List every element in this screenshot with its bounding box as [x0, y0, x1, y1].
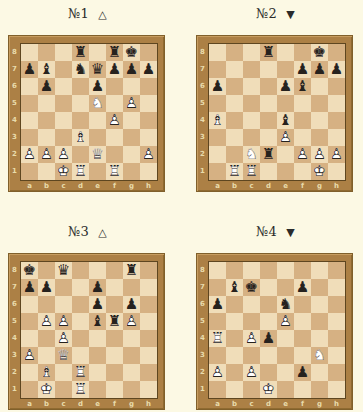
puzzle-4-number: №4 — [256, 224, 278, 239]
square-e1 — [89, 381, 106, 398]
square-d4 — [260, 112, 277, 129]
square-d2: ♜ — [260, 146, 277, 163]
square-b2: ♟♙ — [38, 146, 55, 163]
black-pawn-piece: ♟ — [38, 279, 55, 296]
square-g6 — [311, 78, 328, 95]
file-labels: abcdefgh — [209, 181, 345, 192]
puzzle-2-label: №2▼ — [196, 6, 355, 22]
white-pawn-piece: ♟♙ — [328, 146, 345, 163]
white-king-piece: ♚♔ — [311, 163, 328, 180]
file-label-g: g — [311, 399, 328, 410]
square-e4: ♝ — [277, 112, 294, 129]
square-e5: ♝ — [89, 313, 106, 330]
square-c2: ♟♙ — [55, 146, 72, 163]
square-c8 — [243, 44, 260, 61]
file-label-e: e — [89, 399, 106, 410]
rank-label-7: 7 — [10, 279, 19, 296]
square-g5: ♟♙ — [123, 95, 140, 112]
square-b4 — [226, 112, 243, 129]
white-bishop-piece: ♝♗ — [72, 129, 89, 146]
square-f4: ♟♙ — [106, 112, 123, 129]
square-g2: ♟♙ — [311, 146, 328, 163]
white-rook-piece: ♜♖ — [209, 330, 226, 347]
square-h2: ♟♙ — [328, 146, 345, 163]
file-label-e: e — [89, 181, 106, 192]
square-b4 — [226, 330, 243, 347]
square-h1 — [140, 381, 157, 398]
square-f8: ♜ — [106, 44, 123, 61]
square-f8 — [294, 262, 311, 279]
square-f5 — [294, 95, 311, 112]
square-a7: ♟ — [21, 61, 38, 78]
square-e4 — [277, 330, 294, 347]
square-h5 — [328, 313, 345, 330]
square-e7 — [277, 61, 294, 78]
black-pawn-piece: ♟ — [294, 364, 311, 381]
square-d4: ♟ — [260, 330, 277, 347]
square-g1: ♚♔ — [311, 163, 328, 180]
square-a4 — [21, 112, 38, 129]
square-b7: ♝ — [226, 279, 243, 296]
square-g3 — [311, 129, 328, 146]
white-knight-piece: ♞♘ — [243, 146, 260, 163]
rank-labels: 87654321 — [10, 262, 19, 398]
square-d2 — [72, 146, 89, 163]
square-e8 — [277, 44, 294, 61]
chess-board-4: 87654321 ♝♚♟♟♞♟♙♜♖♟♙♟♞♘♟♙♟♙♟♚♔ abcdefgh — [196, 253, 353, 410]
square-f1 — [294, 163, 311, 180]
square-e6: ♟ — [277, 78, 294, 95]
puzzle-1: №1△ 87654321 ♜♜♚♟♝♞♛♟♟♟♟♟♞♘♟♙♟♙♝♗♟♙♟♙♟♙♛… — [8, 6, 167, 192]
square-c1 — [55, 381, 72, 398]
square-b7: ♟ — [38, 279, 55, 296]
black-pawn-piece: ♟ — [123, 61, 140, 78]
square-g6 — [311, 296, 328, 313]
white-pawn-piece: ♟♙ — [209, 364, 226, 381]
square-h8 — [140, 262, 157, 279]
square-h6 — [328, 296, 345, 313]
black-pawn-piece: ♟ — [294, 279, 311, 296]
square-f5 — [294, 313, 311, 330]
file-label-d: d — [260, 181, 277, 192]
square-e4 — [89, 112, 106, 129]
square-f2: ♟ — [294, 364, 311, 381]
white-bishop-piece: ♝♗ — [209, 112, 226, 129]
square-c2 — [55, 364, 72, 381]
square-b3 — [226, 129, 243, 146]
square-g7: ♟ — [123, 61, 140, 78]
square-e7: ♛ — [89, 61, 106, 78]
square-h2: ♟♙ — [140, 146, 157, 163]
square-h4 — [140, 330, 157, 347]
square-e2: ♛♕ — [89, 146, 106, 163]
square-g4 — [123, 112, 140, 129]
black-rook-piece: ♜ — [260, 146, 277, 163]
black-rook-piece: ♜ — [260, 44, 277, 61]
rank-label-2: 2 — [10, 146, 19, 163]
black-pawn-piece: ♟ — [21, 279, 38, 296]
square-b4 — [38, 330, 55, 347]
square-c5 — [55, 95, 72, 112]
square-b2: ♝♗ — [38, 364, 55, 381]
file-label-a: a — [209, 181, 226, 192]
rank-label-4: 4 — [10, 112, 19, 129]
white-rook-piece: ♜♖ — [72, 163, 89, 180]
file-label-a: a — [21, 181, 38, 192]
rank-label-6: 6 — [198, 78, 207, 95]
square-e2 — [277, 364, 294, 381]
file-label-c: c — [243, 181, 260, 192]
square-d7 — [72, 279, 89, 296]
square-d3 — [260, 347, 277, 364]
square-f5 — [106, 95, 123, 112]
square-g7 — [123, 279, 140, 296]
square-d6 — [72, 296, 89, 313]
board-grid-4: ♝♚♟♟♞♟♙♜♖♟♙♟♞♘♟♙♟♙♟♚♔ — [208, 261, 346, 399]
square-c8 — [243, 262, 260, 279]
file-label-d: d — [72, 181, 89, 192]
square-c1: ♜♖ — [243, 163, 260, 180]
square-f3 — [294, 347, 311, 364]
square-e1 — [277, 381, 294, 398]
square-a5 — [21, 313, 38, 330]
square-f6 — [294, 296, 311, 313]
square-e5: ♟♙ — [277, 313, 294, 330]
square-d3 — [260, 129, 277, 146]
square-h6 — [328, 78, 345, 95]
black-bishop-piece: ♝ — [294, 78, 311, 95]
white-king-piece: ♚♔ — [38, 381, 55, 398]
square-a7 — [209, 279, 226, 296]
square-d8 — [72, 262, 89, 279]
square-f8 — [106, 262, 123, 279]
square-h8 — [140, 44, 157, 61]
square-g8: ♜ — [123, 262, 140, 279]
square-d6 — [72, 78, 89, 95]
puzzle-2-number: №2 — [256, 6, 278, 21]
black-rook-piece: ♜ — [106, 313, 123, 330]
black-knight-piece: ♞ — [72, 61, 89, 78]
chess-board-2: 87654321 ♜♚♟♟♟♟♟♝♝♗♝♟♙♞♘♜♟♙♟♙♟♙♜♖♜♖♚♔ ab… — [196, 35, 353, 192]
file-label-b: b — [226, 181, 243, 192]
square-a1 — [21, 163, 38, 180]
square-a6: ♟ — [209, 78, 226, 95]
rank-label-5: 5 — [10, 313, 19, 330]
square-h4 — [140, 112, 157, 129]
square-h3 — [328, 129, 345, 146]
black-pawn-piece: ♟ — [277, 78, 294, 95]
square-a8 — [209, 262, 226, 279]
file-labels: abcdefgh — [209, 399, 345, 410]
square-d8: ♜ — [260, 44, 277, 61]
square-h1 — [328, 381, 345, 398]
file-label-d: d — [260, 399, 277, 410]
square-g1 — [311, 381, 328, 398]
white-queen-piece: ♛♕ — [89, 146, 106, 163]
white-king-piece: ♚♔ — [55, 163, 72, 180]
square-b8 — [38, 262, 55, 279]
rank-label-6: 6 — [10, 78, 19, 95]
square-g7 — [311, 279, 328, 296]
rank-label-1: 1 — [198, 163, 207, 180]
square-g2 — [123, 146, 140, 163]
white-to-move-icon: △ — [98, 226, 107, 239]
white-rook-piece: ♜♖ — [106, 163, 123, 180]
square-a6 — [21, 296, 38, 313]
square-b6: ♟ — [38, 78, 55, 95]
square-c7: ♚ — [243, 279, 260, 296]
square-d6 — [260, 78, 277, 95]
square-b3 — [226, 347, 243, 364]
square-b5 — [226, 95, 243, 112]
square-a2: ♟♙ — [209, 364, 226, 381]
white-pawn-piece: ♟♙ — [123, 313, 140, 330]
square-g5 — [311, 95, 328, 112]
square-f4 — [294, 330, 311, 347]
square-g5 — [311, 313, 328, 330]
square-f2 — [106, 364, 123, 381]
square-a4 — [21, 330, 38, 347]
square-d7: ♞ — [72, 61, 89, 78]
rank-label-1: 1 — [198, 381, 207, 398]
black-pawn-piece: ♟ — [89, 78, 106, 95]
square-c1 — [243, 381, 260, 398]
file-label-e: e — [277, 399, 294, 410]
black-pawn-piece: ♟ — [328, 61, 345, 78]
square-h7: ♟ — [328, 61, 345, 78]
square-d1: ♚♔ — [260, 381, 277, 398]
square-h4 — [328, 112, 345, 129]
square-d8: ♜ — [72, 44, 89, 61]
white-pawn-piece: ♟♙ — [38, 146, 55, 163]
square-d4 — [72, 112, 89, 129]
puzzle-3-number: №3 — [68, 224, 90, 239]
file-label-h: h — [140, 399, 157, 410]
black-pawn-piece: ♟ — [106, 61, 123, 78]
square-a1 — [21, 381, 38, 398]
square-b1: ♚♔ — [38, 381, 55, 398]
black-bishop-piece: ♝ — [226, 279, 243, 296]
rank-label-7: 7 — [10, 61, 19, 78]
board-grid-3: ♚♛♜♟♟♟♟♟♟♙♟♙♝♜♟♙♟♙♟♙♛♕♝♗♜♖♚♔♜♖ — [20, 261, 158, 399]
file-label-b: b — [38, 181, 55, 192]
white-pawn-piece: ♟♙ — [311, 146, 328, 163]
file-label-g: g — [123, 181, 140, 192]
puzzle-4-label: №4▼ — [196, 224, 355, 240]
white-pawn-piece: ♟♙ — [294, 146, 311, 163]
puzzle-1-label: №1△ — [8, 6, 167, 22]
white-pawn-piece: ♟♙ — [243, 330, 260, 347]
square-e6: ♞ — [277, 296, 294, 313]
square-c4: ♟♙ — [55, 330, 72, 347]
puzzle-1-number: №1 — [68, 6, 90, 21]
square-f4 — [294, 112, 311, 129]
black-pawn-piece: ♟ — [140, 61, 157, 78]
square-c5 — [243, 95, 260, 112]
square-g1 — [123, 381, 140, 398]
square-a2: ♟♙ — [21, 146, 38, 163]
rank-label-2: 2 — [10, 364, 19, 381]
black-pawn-piece: ♟ — [209, 78, 226, 95]
square-e8 — [89, 262, 106, 279]
square-e3: ♟♙ — [277, 129, 294, 146]
black-pawn-piece: ♟ — [38, 78, 55, 95]
square-d3: ♝♗ — [72, 129, 89, 146]
square-b8 — [38, 44, 55, 61]
white-knight-piece: ♞♘ — [89, 95, 106, 112]
white-pawn-piece: ♟♙ — [243, 364, 260, 381]
rank-label-8: 8 — [198, 44, 207, 61]
black-king-piece: ♚ — [21, 262, 38, 279]
rank-label-8: 8 — [10, 44, 19, 61]
square-c6 — [55, 296, 72, 313]
square-d1: ♜♖ — [72, 381, 89, 398]
square-g3 — [123, 129, 140, 146]
square-a3: ♟♙ — [21, 347, 38, 364]
white-pawn-piece: ♟♙ — [277, 129, 294, 146]
square-e4 — [89, 330, 106, 347]
file-label-f: f — [294, 399, 311, 410]
square-b2 — [226, 146, 243, 163]
square-g6 — [123, 78, 140, 95]
square-d5 — [260, 95, 277, 112]
white-rook-piece: ♜♖ — [72, 381, 89, 398]
square-f2: ♟♙ — [294, 146, 311, 163]
file-label-e: e — [277, 181, 294, 192]
rank-label-4: 4 — [198, 330, 207, 347]
square-e7 — [277, 279, 294, 296]
square-g2 — [311, 364, 328, 381]
square-h4 — [328, 330, 345, 347]
square-c1: ♚♔ — [55, 163, 72, 180]
square-a6: ♟ — [209, 296, 226, 313]
square-b8 — [226, 44, 243, 61]
square-a8 — [21, 44, 38, 61]
square-a8 — [209, 44, 226, 61]
square-g8 — [311, 262, 328, 279]
file-label-f: f — [106, 181, 123, 192]
square-d4 — [72, 330, 89, 347]
square-e3 — [89, 129, 106, 146]
square-c6 — [243, 296, 260, 313]
square-f6 — [106, 78, 123, 95]
square-c3: ♛♕ — [55, 347, 72, 364]
square-b5: ♟♙ — [38, 313, 55, 330]
square-c3 — [55, 129, 72, 146]
black-knight-piece: ♞ — [277, 296, 294, 313]
file-label-c: c — [55, 181, 72, 192]
square-c4 — [243, 112, 260, 129]
square-b7 — [226, 61, 243, 78]
square-f6: ♝ — [294, 78, 311, 95]
square-e6: ♟ — [89, 78, 106, 95]
square-e1 — [89, 163, 106, 180]
rank-label-4: 4 — [10, 330, 19, 347]
square-c8: ♛ — [55, 262, 72, 279]
black-pawn-piece: ♟ — [89, 279, 106, 296]
file-label-h: h — [140, 181, 157, 192]
square-a4: ♜♖ — [209, 330, 226, 347]
square-g8: ♚ — [123, 44, 140, 61]
white-pawn-piece: ♟♙ — [38, 313, 55, 330]
file-label-g: g — [123, 399, 140, 410]
file-label-c: c — [243, 399, 260, 410]
file-label-d: d — [72, 399, 89, 410]
square-b4 — [38, 112, 55, 129]
white-pawn-piece: ♟♙ — [55, 313, 72, 330]
square-g4 — [311, 112, 328, 129]
square-f6 — [106, 296, 123, 313]
square-c4: ♟♙ — [243, 330, 260, 347]
square-a6 — [21, 78, 38, 95]
rank-label-3: 3 — [198, 347, 207, 364]
square-d5 — [260, 313, 277, 330]
square-h7 — [328, 279, 345, 296]
rank-label-6: 6 — [10, 296, 19, 313]
white-pawn-piece: ♟♙ — [140, 146, 157, 163]
square-c6 — [55, 78, 72, 95]
white-pawn-piece: ♟♙ — [123, 95, 140, 112]
rank-label-3: 3 — [10, 347, 19, 364]
square-f3 — [106, 347, 123, 364]
square-a7 — [209, 61, 226, 78]
square-h1 — [328, 163, 345, 180]
file-labels: abcdefgh — [21, 181, 157, 192]
rank-label-5: 5 — [10, 95, 19, 112]
square-c6 — [243, 78, 260, 95]
white-to-move-icon: △ — [98, 8, 107, 21]
square-e3 — [277, 347, 294, 364]
square-c4 — [55, 112, 72, 129]
square-h3 — [328, 347, 345, 364]
black-bishop-piece: ♝ — [89, 313, 106, 330]
square-a3 — [209, 347, 226, 364]
square-h1 — [140, 163, 157, 180]
rank-label-1: 1 — [10, 163, 19, 180]
file-label-g: g — [311, 181, 328, 192]
black-pawn-piece: ♟ — [260, 330, 277, 347]
square-e2 — [277, 146, 294, 163]
square-e8 — [89, 44, 106, 61]
square-h2 — [328, 364, 345, 381]
square-f1 — [106, 381, 123, 398]
square-b1: ♜♖ — [226, 163, 243, 180]
square-f2 — [106, 146, 123, 163]
black-bishop-piece: ♝ — [38, 61, 55, 78]
square-g2 — [123, 364, 140, 381]
square-a5 — [209, 313, 226, 330]
rank-label-5: 5 — [198, 313, 207, 330]
square-f7: ♟ — [294, 279, 311, 296]
square-d2 — [260, 364, 277, 381]
square-d2: ♜♖ — [72, 364, 89, 381]
square-h8 — [328, 44, 345, 61]
square-e1 — [277, 163, 294, 180]
white-pawn-piece: ♟♙ — [277, 313, 294, 330]
black-king-piece: ♚ — [311, 44, 328, 61]
file-label-a: a — [21, 399, 38, 410]
rank-label-3: 3 — [10, 129, 19, 146]
square-g5: ♟♙ — [123, 313, 140, 330]
square-c7 — [243, 61, 260, 78]
square-d5 — [72, 313, 89, 330]
square-e5: ♞♘ — [89, 95, 106, 112]
rank-label-7: 7 — [198, 279, 207, 296]
square-a1 — [209, 163, 226, 180]
file-label-c: c — [55, 399, 72, 410]
white-bishop-piece: ♝♗ — [38, 364, 55, 381]
square-d1 — [260, 163, 277, 180]
